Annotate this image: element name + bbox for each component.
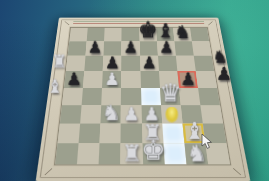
frame-corner-mark — [233, 168, 241, 175]
square-f1[interactable] — [163, 143, 186, 164]
square-h5[interactable] — [196, 71, 217, 87]
piece-white-pawn-d3[interactable]: ♟ — [123, 105, 139, 123]
piece-black-pawn-a5[interactable]: ♟ — [66, 71, 81, 88]
square-e4[interactable] — [141, 88, 161, 105]
square-d6[interactable] — [122, 56, 141, 71]
board-scene: ♚♝♞♟♟♟♟♟♟♟♟♛♞♟♟♜♝♜♚♞ ♜♝♞♟ — [49, 0, 232, 179]
square-h1[interactable] — [205, 143, 230, 164]
square-g8[interactable]: ♞ — [173, 28, 192, 42]
square-d3[interactable]: ♟ — [121, 105, 141, 123]
square-d7[interactable]: ♟ — [122, 41, 140, 55]
square-h7[interactable] — [192, 41, 212, 55]
square-b2[interactable] — [79, 123, 101, 143]
frame-corner-mark — [64, 21, 69, 25]
piece-white-knight-c3[interactable]: ♞ — [101, 102, 120, 123]
square-g1[interactable]: ♞ — [184, 143, 208, 164]
captured-tray-right: ♟ — [218, 79, 230, 82]
square-f7[interactable]: ♟ — [157, 41, 176, 55]
square-h6[interactable] — [194, 56, 215, 71]
piece-white-rook-d1[interactable]: ♜ — [121, 141, 141, 164]
square-h8[interactable] — [190, 28, 209, 42]
square-c8[interactable] — [104, 28, 122, 42]
square-b1[interactable] — [77, 143, 100, 164]
captured-piece-white-rook: ♜ — [51, 53, 67, 70]
square-a4[interactable] — [62, 88, 83, 105]
square-a7[interactable] — [68, 41, 87, 55]
piece-black-knight-g8[interactable]: ♞ — [175, 23, 191, 41]
playing-area: ♚♝♞♟♟♟♟♟♟♟♟♛♞♟♟♜♝♜♚♞ — [54, 27, 231, 165]
square-g7[interactable] — [174, 41, 193, 55]
captured-tray-left: ♜ — [53, 68, 65, 71]
piece-white-queen-f4[interactable]: ♛ — [159, 80, 181, 105]
frame-corner-mark — [44, 168, 52, 175]
square-b5[interactable] — [83, 71, 103, 87]
square-e6[interactable]: ♟ — [140, 56, 159, 71]
square-e5[interactable] — [140, 71, 160, 87]
square-a2[interactable] — [58, 123, 81, 143]
piece-black-pawn-f7[interactable]: ♟ — [159, 40, 173, 56]
square-b3[interactable] — [80, 105, 101, 123]
square-d5[interactable] — [121, 71, 140, 87]
square-c5[interactable]: ♟ — [102, 71, 121, 87]
square-c1[interactable] — [99, 143, 121, 164]
square-c2[interactable] — [100, 123, 121, 143]
piece-white-pawn-c5[interactable]: ♟ — [104, 71, 119, 88]
captured-piece-white-bishop: ♝ — [47, 78, 63, 96]
captured-tray-left: ♝ — [49, 92, 62, 96]
square-f3[interactable] — [161, 105, 183, 123]
piece-black-pawn-g5[interactable]: ♟ — [181, 71, 196, 88]
square-e1[interactable]: ♚ — [142, 143, 164, 164]
square-d4[interactable] — [121, 88, 141, 105]
piece-black-pawn-e6[interactable]: ♟ — [142, 55, 157, 71]
square-b4[interactable] — [82, 88, 102, 105]
square-f6[interactable] — [158, 56, 178, 71]
square-a8[interactable] — [69, 28, 88, 42]
square-e8[interactable]: ♚ — [139, 28, 157, 42]
square-f4[interactable]: ♛ — [160, 88, 181, 105]
piece-white-king-e1[interactable]: ♚ — [141, 137, 166, 164]
square-a1[interactable] — [55, 143, 79, 164]
captured-piece-black-pawn: ♟ — [216, 65, 232, 83]
chess-board: ♚♝♞♟♟♟♟♟♟♟♟♛♞♟♟♜♝♜♚♞ ♜♝♞♟ — [36, 18, 251, 181]
piece-white-knight-g1[interactable]: ♞ — [187, 141, 207, 164]
piece-black-pawn-d7[interactable]: ♟ — [123, 40, 137, 56]
square-a3[interactable] — [60, 105, 82, 123]
desktop-background: ♚♝♞♟♟♟♟♟♟♟♟♛♞♟♟♜♝♜♚♞ ♜♝♞♟ — [0, 0, 269, 181]
piece-black-king-e8[interactable]: ♚ — [138, 19, 158, 41]
square-b7[interactable]: ♟ — [86, 41, 105, 55]
frame-corner-mark — [208, 21, 213, 25]
piece-black-pawn-b7[interactable]: ♟ — [87, 40, 101, 56]
selection-glow-effect — [166, 106, 179, 122]
square-a5[interactable]: ♟ — [64, 71, 84, 87]
square-c3[interactable]: ♞ — [101, 105, 122, 123]
square-b6[interactable] — [84, 56, 103, 71]
square-h4[interactable] — [198, 88, 220, 105]
square-d1[interactable]: ♜ — [121, 143, 143, 164]
